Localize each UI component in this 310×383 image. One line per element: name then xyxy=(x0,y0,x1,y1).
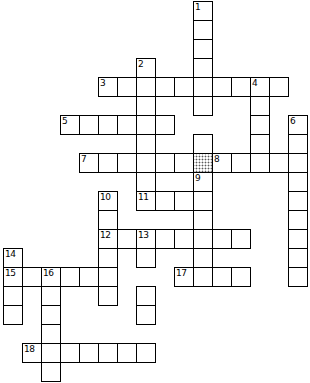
grid-cell[interactable] xyxy=(155,77,175,97)
grid-cell[interactable] xyxy=(136,77,156,97)
clue-number: 18 xyxy=(24,344,34,354)
grid-cell[interactable] xyxy=(193,134,213,154)
grid-cell[interactable] xyxy=(79,343,99,363)
grid-cell[interactable] xyxy=(117,115,137,135)
grid-cell[interactable] xyxy=(231,267,251,287)
grid-cell[interactable] xyxy=(3,286,23,306)
grid-cell[interactable]: 10 xyxy=(98,191,118,211)
clue-number: 7 xyxy=(81,154,86,164)
blocked-cell xyxy=(193,153,213,173)
grid-cell[interactable] xyxy=(117,343,137,363)
grid-cell[interactable] xyxy=(250,115,270,135)
grid-cell[interactable] xyxy=(117,229,137,249)
grid-cell[interactable]: 9 xyxy=(193,172,213,192)
grid-cell[interactable] xyxy=(136,286,156,306)
clue-number: 17 xyxy=(176,268,186,278)
grid-cell[interactable] xyxy=(269,77,289,97)
grid-cell[interactable] xyxy=(98,267,118,287)
clue-number: 2 xyxy=(138,59,143,69)
clue-number: 5 xyxy=(62,116,67,126)
grid-cell[interactable] xyxy=(174,191,194,211)
grid-cell[interactable] xyxy=(174,77,194,97)
grid-cell[interactable] xyxy=(136,153,156,173)
grid-cell[interactable]: 7 xyxy=(79,153,99,173)
grid-cell[interactable] xyxy=(98,343,118,363)
clue-number: 14 xyxy=(5,249,15,259)
grid-cell[interactable] xyxy=(231,229,251,249)
grid-cell[interactable] xyxy=(3,305,23,325)
grid-cell[interactable] xyxy=(269,153,289,173)
grid-cell[interactable] xyxy=(98,153,118,173)
grid-cell[interactable] xyxy=(288,229,308,249)
grid-cell[interactable] xyxy=(41,305,61,325)
grid-cell[interactable]: 16 xyxy=(41,267,61,287)
grid-cell[interactable] xyxy=(288,134,308,154)
grid-cell[interactable] xyxy=(231,77,251,97)
grid-cell[interactable] xyxy=(117,77,137,97)
grid-cell[interactable] xyxy=(193,77,213,97)
grid-cell[interactable] xyxy=(41,286,61,306)
grid-cell[interactable] xyxy=(136,248,156,268)
grid-cell[interactable]: 2 xyxy=(136,58,156,78)
clue-number: 11 xyxy=(138,192,148,202)
grid-cell[interactable] xyxy=(79,267,99,287)
grid-cell[interactable] xyxy=(288,153,308,173)
grid-cell[interactable] xyxy=(98,248,118,268)
grid-cell[interactable]: 12 xyxy=(98,229,118,249)
grid-cell[interactable]: 3 xyxy=(98,77,118,97)
clue-number: 12 xyxy=(100,230,110,240)
grid-cell[interactable]: 17 xyxy=(174,267,194,287)
crossword-board: 123456789101112131415161718 xyxy=(0,0,310,383)
grid-cell[interactable]: 14 xyxy=(3,248,23,268)
grid-cell[interactable] xyxy=(136,134,156,154)
grid-cell[interactable] xyxy=(193,20,213,40)
grid-cell[interactable] xyxy=(288,191,308,211)
grid-cell[interactable] xyxy=(250,153,270,173)
grid-cell[interactable] xyxy=(193,248,213,268)
grid-cell[interactable] xyxy=(193,58,213,78)
grid-cell[interactable]: 13 xyxy=(136,229,156,249)
grid-cell[interactable] xyxy=(155,153,175,173)
clue-number: 8 xyxy=(214,154,219,164)
grid-cell[interactable] xyxy=(136,305,156,325)
grid-cell[interactable]: 11 xyxy=(136,191,156,211)
grid-cell[interactable]: 18 xyxy=(22,343,42,363)
grid-cell[interactable] xyxy=(288,172,308,192)
grid-cell[interactable]: 8 xyxy=(212,153,232,173)
grid-cell[interactable] xyxy=(136,172,156,192)
grid-cell[interactable] xyxy=(60,267,80,287)
grid-cell[interactable] xyxy=(98,286,118,306)
clue-number: 9 xyxy=(195,173,200,183)
clue-number: 13 xyxy=(138,230,148,240)
grid-cell[interactable] xyxy=(98,115,118,135)
grid-cell[interactable]: 1 xyxy=(193,1,213,21)
grid-cell[interactable] xyxy=(212,229,232,249)
grid-cell[interactable] xyxy=(136,343,156,363)
grid-cell[interactable]: 6 xyxy=(288,115,308,135)
grid-cell[interactable] xyxy=(250,134,270,154)
grid-cell[interactable] xyxy=(193,267,213,287)
grid-cell[interactable] xyxy=(155,229,175,249)
grid-cell[interactable] xyxy=(136,96,156,116)
grid-cell[interactable] xyxy=(288,248,308,268)
grid-cell[interactable] xyxy=(41,362,61,382)
grid-cell[interactable]: 15 xyxy=(3,267,23,287)
grid-cell[interactable] xyxy=(155,115,175,135)
grid-cell[interactable] xyxy=(231,153,251,173)
grid-cell[interactable]: 4 xyxy=(250,77,270,97)
grid-cell[interactable] xyxy=(250,96,270,116)
clue-number: 1 xyxy=(195,2,200,12)
grid-cell[interactable] xyxy=(136,115,156,135)
grid-cell[interactable] xyxy=(60,343,80,363)
grid-cell[interactable] xyxy=(212,77,232,97)
grid-cell[interactable] xyxy=(193,39,213,59)
clue-number: 3 xyxy=(100,78,105,88)
grid-cell[interactable] xyxy=(193,191,213,211)
clue-number: 15 xyxy=(5,268,15,278)
grid-cell[interactable] xyxy=(98,210,118,230)
clue-number: 4 xyxy=(252,78,257,88)
grid-cell[interactable] xyxy=(155,191,175,211)
grid-cell[interactable] xyxy=(41,324,61,344)
grid-cell[interactable] xyxy=(288,210,308,230)
grid-cell[interactable] xyxy=(79,115,99,135)
clue-number: 6 xyxy=(290,116,295,126)
grid-cell[interactable] xyxy=(174,229,194,249)
grid-cell[interactable] xyxy=(174,153,194,173)
grid-cell[interactable] xyxy=(288,267,308,287)
grid-cell[interactable] xyxy=(22,267,42,287)
clue-number: 16 xyxy=(43,268,53,278)
grid-cell[interactable]: 5 xyxy=(60,115,80,135)
grid-cell[interactable] xyxy=(193,229,213,249)
clue-number: 10 xyxy=(100,192,110,202)
grid-cell[interactable] xyxy=(193,210,213,230)
grid-cell[interactable] xyxy=(193,96,213,116)
grid-cell[interactable] xyxy=(41,343,61,363)
grid-cell[interactable] xyxy=(117,153,137,173)
grid-cell[interactable] xyxy=(212,267,232,287)
